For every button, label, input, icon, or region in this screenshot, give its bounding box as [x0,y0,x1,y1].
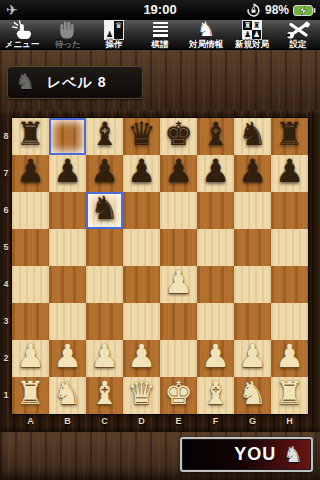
white-knight-icon: ♞ [283,444,303,466]
square-f1[interactable]: ♝ [197,377,234,414]
file-label-E: E [160,416,197,426]
square-h5[interactable] [271,229,308,266]
square-b2[interactable]: ♟ [49,340,86,377]
square-b1[interactable]: ♞ [49,377,86,414]
square-g1[interactable]: ♞ [234,377,271,414]
square-h8[interactable]: ♜ [271,118,308,155]
square-b4[interactable] [49,266,86,303]
square-b6[interactable] [49,192,86,229]
square-c6[interactable]: ♞ [86,192,123,229]
toolbar: メニュー待った♛♟操作棋譜♞対局情報♜♜♟♟新規対局設定 [0,20,320,50]
battery-charging-icon [293,5,316,16]
piece-white-queen[interactable]: ♛ [127,375,156,412]
square-c3[interactable] [86,303,123,340]
square-b5[interactable] [49,229,86,266]
square-h7[interactable]: ♟ [271,155,308,192]
piece-black-rook[interactable]: ♜ [16,116,45,153]
rank-label-8: 8 [0,131,12,141]
square-g3[interactable] [234,303,271,340]
file-label-C: C [86,416,123,426]
square-g5[interactable] [234,229,271,266]
toolbar-item-menu[interactable]: メニュー [2,19,42,49]
status-bar: ✈ 19:00 98% [0,0,320,20]
square-a5[interactable] [12,229,49,266]
square-h6[interactable] [271,192,308,229]
piece-black-queen[interactable]: ♛ [127,116,156,153]
rank-label-4: 4 [0,279,12,289]
rank-label-3: 3 [0,316,12,326]
file-label-H: H [271,416,308,426]
toolbar-label-record: 棋譜 [152,39,169,49]
piece-black-knight[interactable]: ♞ [90,190,119,227]
toolbar-label-settings: 設定 [290,39,307,49]
piece-black-knight[interactable]: ♞ [238,116,267,153]
square-e2[interactable] [160,340,197,377]
square-f6[interactable] [197,192,234,229]
rank-label-2: 2 [0,353,12,363]
square-e5[interactable] [160,229,197,266]
square-e7[interactable]: ♟ [160,155,197,192]
piece-white-pawn[interactable]: ♟ [53,338,82,375]
piece-white-pawn[interactable]: ♟ [238,338,267,375]
piece-white-knight[interactable]: ♞ [238,375,267,412]
level-strip: ♞ レベル 8 [0,50,320,110]
piece-white-rook[interactable]: ♜ [275,375,304,412]
square-f7[interactable]: ♟ [197,155,234,192]
square-d5[interactable] [123,229,160,266]
square-f5[interactable] [197,229,234,266]
square-d2[interactable]: ♟ [123,340,160,377]
square-d1[interactable]: ♛ [123,377,160,414]
wait-hand-icon [57,20,79,39]
square-g4[interactable] [234,266,271,303]
piece-white-pawn[interactable]: ♟ [90,338,119,375]
square-a4[interactable] [12,266,49,303]
tools-icon [286,20,310,39]
square-g7[interactable]: ♟ [234,155,271,192]
piece-black-bishop[interactable]: ♝ [90,116,119,153]
square-h4[interactable] [271,266,308,303]
square-g2[interactable]: ♟ [234,340,271,377]
square-f2[interactable]: ♟ [197,340,234,377]
toolbar-label-game-info: 対局情報 [189,39,223,49]
level-indicator: ♞ レベル 8 [7,66,143,99]
square-d8[interactable]: ♛ [123,118,160,155]
piece-black-rook[interactable]: ♜ [275,116,304,153]
rotation-lock-icon [246,3,261,18]
rank-label-6: 6 [0,205,12,215]
toolbar-label-menu: メニュー [5,39,40,49]
square-b7[interactable]: ♟ [49,155,86,192]
piece-white-pawn[interactable]: ♟ [275,338,304,375]
file-label-F: F [197,416,234,426]
square-f4[interactable] [197,266,234,303]
piece-white-pawn[interactable]: ♟ [16,338,45,375]
toolbar-item-settings[interactable]: 設定 [278,19,318,49]
piece-black-pawn[interactable]: ♟ [201,153,230,190]
square-d4[interactable] [123,266,160,303]
knight-icon: ♞ [197,20,215,39]
piece-black-pawn[interactable]: ♟ [90,153,119,190]
chess-app-screen: ✈ 19:00 98% メニュー待った♛♟操作棋譜♞対局情報♜♜♟♟新規対局設定… [0,0,320,480]
piece-white-pawn[interactable]: ♟ [164,264,193,301]
document-icon [153,20,168,39]
piece-black-bishop[interactable]: ♝ [201,116,230,153]
square-d3[interactable] [123,303,160,340]
piece-black-pawn[interactable]: ♟ [275,153,304,190]
bottom-bar: YOU ♞ [0,432,320,480]
square-g8[interactable]: ♞ [234,118,271,155]
rank-label-5: 5 [0,242,12,252]
piece-black-pawn[interactable]: ♟ [164,153,193,190]
square-c7[interactable]: ♟ [86,155,123,192]
toolbar-item-new-game[interactable]: ♜♜♟♟新規対局 [232,19,272,49]
player-indicator: YOU ♞ [180,437,313,472]
square-h2[interactable]: ♟ [271,340,308,377]
piece-white-bishop[interactable]: ♝ [90,375,119,412]
square-b8[interactable] [49,118,86,155]
square-d6[interactable] [123,192,160,229]
file-label-D: D [123,416,160,426]
square-c1[interactable]: ♝ [86,377,123,414]
square-h3[interactable] [271,303,308,340]
square-c2[interactable]: ♟ [86,340,123,377]
square-c5[interactable] [86,229,123,266]
piece-black-pawn[interactable]: ♟ [238,153,267,190]
square-g6[interactable] [234,192,271,229]
toolbar-item-record[interactable]: 棋譜 [140,19,180,49]
square-d7[interactable]: ♟ [123,155,160,192]
board-squares: ♜♝♛♚♝♞♜♟♟♟♟♟♟♟♟♞♟♟♟♟♟♟♟♟♜♞♝♛♚♝♞♜ [12,118,308,414]
toolbar-item-operation[interactable]: ♛♟操作 [94,19,134,49]
square-a1[interactable]: ♜ [12,377,49,414]
square-a8[interactable]: ♜ [12,118,49,155]
tap-hand-icon [11,20,33,39]
square-f8[interactable]: ♝ [197,118,234,155]
square-e4[interactable]: ♟ [160,266,197,303]
mini-board-icon: ♛♟ [104,20,124,39]
square-e8[interactable]: ♚ [160,118,197,155]
mini-board-pieces-icon: ♜♜♟♟ [242,20,262,39]
piece-white-pawn[interactable]: ♟ [201,338,230,375]
battery-percent: 98% [265,3,289,17]
level-label: レベル 8 [47,74,107,92]
rank-label-1: 1 [0,390,12,400]
file-label-B: B [49,416,86,426]
square-a7[interactable]: ♟ [12,155,49,192]
piece-white-rook[interactable]: ♜ [16,375,45,412]
piece-black-king[interactable]: ♚ [164,116,193,153]
piece-white-pawn[interactable]: ♟ [127,338,156,375]
square-e6[interactable] [160,192,197,229]
square-a2[interactable]: ♟ [12,340,49,377]
square-c8[interactable]: ♝ [86,118,123,155]
piece-white-king[interactable]: ♚ [164,375,193,412]
square-h1[interactable]: ♜ [271,377,308,414]
piece-black-pawn[interactable]: ♟ [127,153,156,190]
toolbar-item-game-info[interactable]: ♞対局情報 [186,19,226,49]
chess-board: ♜♝♛♚♝♞♜♟♟♟♟♟♟♟♟♞♟♟♟♟♟♟♟♟♜♞♝♛♚♝♞♜ 8765432… [0,110,320,432]
piece-black-pawn[interactable]: ♟ [16,153,45,190]
square-e3[interactable] [160,303,197,340]
square-f3[interactable] [197,303,234,340]
piece-white-knight[interactable]: ♞ [53,375,82,412]
toolbar-label-new-game: 新規対局 [235,39,269,49]
square-a3[interactable] [12,303,49,340]
toolbar-label-operation: 操作 [106,39,123,49]
piece-black-pawn[interactable]: ♟ [53,153,82,190]
rank-label-7: 7 [0,168,12,178]
square-b3[interactable] [49,303,86,340]
file-label-G: G [234,416,271,426]
square-c4[interactable] [86,266,123,303]
square-e1[interactable]: ♚ [160,377,197,414]
toolbar-label-undo: 待った [55,39,81,49]
black-knight-icon: ♞ [16,72,35,93]
square-a6[interactable] [12,192,49,229]
piece-white-bishop[interactable]: ♝ [201,375,230,412]
toolbar-item-undo[interactable]: 待った [48,19,88,49]
player-label: YOU [234,444,276,465]
file-label-A: A [12,416,49,426]
